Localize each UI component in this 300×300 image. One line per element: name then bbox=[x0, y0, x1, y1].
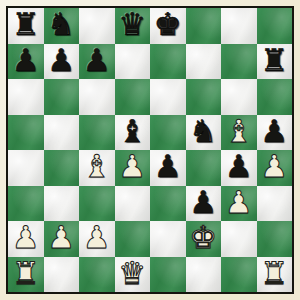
square-c8[interactable] bbox=[79, 8, 115, 44]
square-e2[interactable] bbox=[150, 221, 186, 257]
square-h5[interactable]: ♟ bbox=[257, 115, 293, 151]
square-a8[interactable]: ♜ bbox=[8, 8, 44, 44]
square-g2[interactable] bbox=[221, 221, 257, 257]
square-f7[interactable] bbox=[186, 44, 222, 80]
square-c6[interactable] bbox=[79, 79, 115, 115]
white-pawn[interactable]: ♟ bbox=[225, 187, 253, 218]
square-a4[interactable] bbox=[8, 150, 44, 186]
square-g1[interactable] bbox=[221, 257, 257, 293]
square-f5[interactable]: ♞ bbox=[186, 115, 222, 151]
square-f4[interactable] bbox=[186, 150, 222, 186]
board-frame: ♜♞♛♚♟♟♟♜♝♞♝♟♝♟♟♟♟♟♟♟♟♟♚♜♛♜ bbox=[0, 0, 300, 300]
chess-board: ♜♞♛♚♟♟♟♜♝♞♝♟♝♟♟♟♟♟♟♟♟♟♚♜♛♜ bbox=[6, 6, 294, 294]
square-d6[interactable] bbox=[115, 79, 151, 115]
square-h3[interactable] bbox=[257, 186, 293, 222]
square-d2[interactable] bbox=[115, 221, 151, 257]
square-b6[interactable] bbox=[44, 79, 80, 115]
square-g8[interactable] bbox=[221, 8, 257, 44]
square-e3[interactable] bbox=[150, 186, 186, 222]
square-b2[interactable]: ♟ bbox=[44, 221, 80, 257]
square-e6[interactable] bbox=[150, 79, 186, 115]
square-f2[interactable]: ♚ bbox=[186, 221, 222, 257]
square-d3[interactable] bbox=[115, 186, 151, 222]
black-knight[interactable]: ♞ bbox=[47, 9, 75, 40]
white-rook[interactable]: ♜ bbox=[260, 258, 288, 289]
square-g6[interactable] bbox=[221, 79, 257, 115]
square-e5[interactable] bbox=[150, 115, 186, 151]
square-c1[interactable] bbox=[79, 257, 115, 293]
square-c7[interactable]: ♟ bbox=[79, 44, 115, 80]
black-pawn[interactable]: ♟ bbox=[225, 151, 253, 182]
white-rook[interactable]: ♜ bbox=[12, 258, 40, 289]
square-h6[interactable] bbox=[257, 79, 293, 115]
square-d7[interactable] bbox=[115, 44, 151, 80]
square-b7[interactable]: ♟ bbox=[44, 44, 80, 80]
square-b8[interactable]: ♞ bbox=[44, 8, 80, 44]
black-rook[interactable]: ♜ bbox=[12, 9, 40, 40]
black-knight[interactable]: ♞ bbox=[189, 116, 217, 147]
square-b3[interactable] bbox=[44, 186, 80, 222]
square-a6[interactable] bbox=[8, 79, 44, 115]
square-c2[interactable]: ♟ bbox=[79, 221, 115, 257]
square-c4[interactable]: ♝ bbox=[79, 150, 115, 186]
square-h2[interactable] bbox=[257, 221, 293, 257]
black-pawn[interactable]: ♟ bbox=[12, 45, 40, 76]
square-d8[interactable]: ♛ bbox=[115, 8, 151, 44]
black-bishop[interactable]: ♝ bbox=[118, 116, 146, 147]
black-king[interactable]: ♚ bbox=[154, 9, 182, 40]
square-h7[interactable]: ♜ bbox=[257, 44, 293, 80]
square-f8[interactable] bbox=[186, 8, 222, 44]
white-pawn[interactable]: ♟ bbox=[260, 151, 288, 182]
black-pawn[interactable]: ♟ bbox=[154, 151, 182, 182]
square-a2[interactable]: ♟ bbox=[8, 221, 44, 257]
white-bishop[interactable]: ♝ bbox=[83, 151, 111, 182]
square-g3[interactable]: ♟ bbox=[221, 186, 257, 222]
white-pawn[interactable]: ♟ bbox=[83, 222, 111, 253]
black-rook[interactable]: ♜ bbox=[260, 45, 288, 76]
square-h1[interactable]: ♜ bbox=[257, 257, 293, 293]
square-b4[interactable] bbox=[44, 150, 80, 186]
square-d5[interactable]: ♝ bbox=[115, 115, 151, 151]
white-pawn[interactable]: ♟ bbox=[47, 222, 75, 253]
square-e8[interactable]: ♚ bbox=[150, 8, 186, 44]
white-queen[interactable]: ♛ bbox=[118, 258, 146, 289]
square-g4[interactable]: ♟ bbox=[221, 150, 257, 186]
square-c5[interactable] bbox=[79, 115, 115, 151]
white-pawn[interactable]: ♟ bbox=[118, 151, 146, 182]
square-h8[interactable] bbox=[257, 8, 293, 44]
square-b1[interactable] bbox=[44, 257, 80, 293]
black-queen[interactable]: ♛ bbox=[118, 9, 146, 40]
white-bishop[interactable]: ♝ bbox=[225, 116, 253, 147]
square-f3[interactable]: ♟ bbox=[186, 186, 222, 222]
square-a3[interactable] bbox=[8, 186, 44, 222]
square-a5[interactable] bbox=[8, 115, 44, 151]
black-pawn[interactable]: ♟ bbox=[189, 187, 217, 218]
white-pawn[interactable]: ♟ bbox=[12, 222, 40, 253]
square-e7[interactable] bbox=[150, 44, 186, 80]
square-c3[interactable] bbox=[79, 186, 115, 222]
square-d1[interactable]: ♛ bbox=[115, 257, 151, 293]
square-h4[interactable]: ♟ bbox=[257, 150, 293, 186]
square-b5[interactable] bbox=[44, 115, 80, 151]
square-a1[interactable]: ♜ bbox=[8, 257, 44, 293]
black-pawn[interactable]: ♟ bbox=[83, 45, 111, 76]
square-e4[interactable]: ♟ bbox=[150, 150, 186, 186]
square-f6[interactable] bbox=[186, 79, 222, 115]
square-g5[interactable]: ♝ bbox=[221, 115, 257, 151]
square-e1[interactable] bbox=[150, 257, 186, 293]
square-d4[interactable]: ♟ bbox=[115, 150, 151, 186]
square-a7[interactable]: ♟ bbox=[8, 44, 44, 80]
square-f1[interactable] bbox=[186, 257, 222, 293]
square-g7[interactable] bbox=[221, 44, 257, 80]
black-pawn[interactable]: ♟ bbox=[260, 116, 288, 147]
black-pawn[interactable]: ♟ bbox=[47, 45, 75, 76]
white-king[interactable]: ♚ bbox=[189, 222, 217, 253]
